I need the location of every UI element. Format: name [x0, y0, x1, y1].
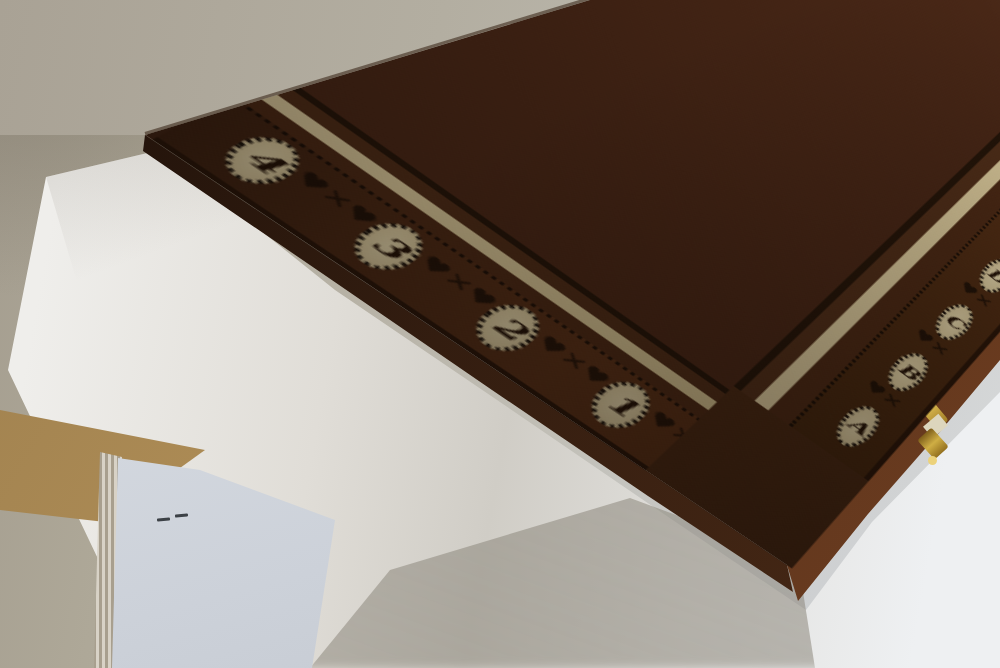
- file-label-A: A: [828, 399, 888, 454]
- clasp-knob: [928, 456, 937, 465]
- photo-of-folded-chess-set: 4♥✕♥3♥✕♥2♥✕♥1♥✕♥ ♥♥♥ A♥✕B♥✕C♥✕D♥✕E♥✕F♥✕G…: [0, 0, 1000, 668]
- clasp-hasp: [917, 427, 949, 459]
